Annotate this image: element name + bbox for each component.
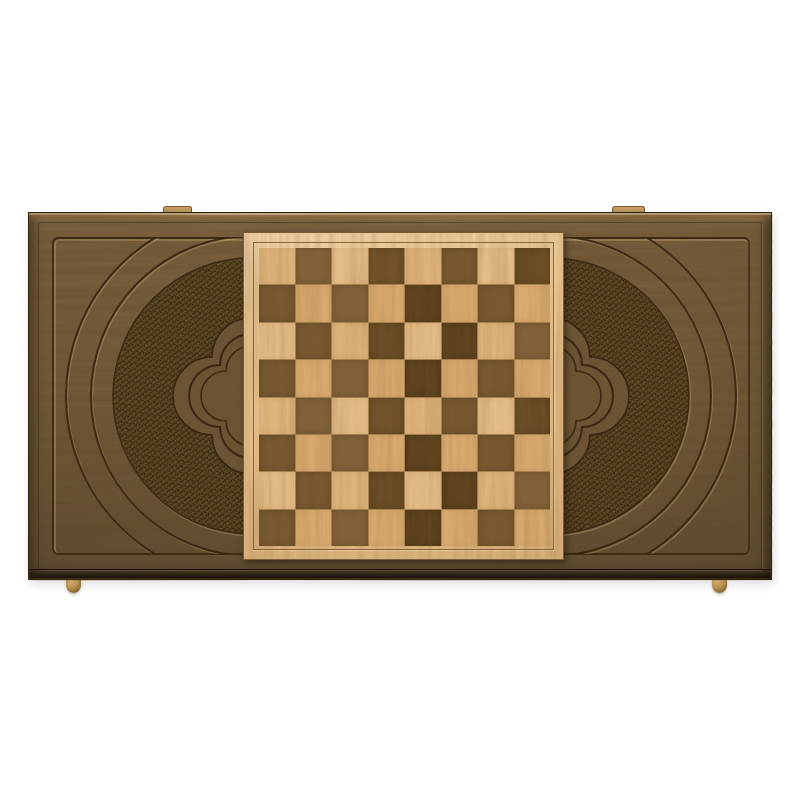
square-f2[interactable] <box>442 472 478 508</box>
square-h1[interactable] <box>515 510 551 546</box>
square-a5[interactable] <box>259 360 295 396</box>
square-g5[interactable] <box>478 360 514 396</box>
square-e3[interactable] <box>405 435 441 471</box>
square-b1[interactable] <box>296 510 332 546</box>
square-d6[interactable] <box>369 323 405 359</box>
square-b4[interactable] <box>296 398 332 434</box>
square-c6[interactable] <box>332 323 368 359</box>
square-d3[interactable] <box>369 435 405 471</box>
square-b8[interactable] <box>296 248 332 284</box>
square-h3[interactable] <box>515 435 551 471</box>
square-a7[interactable] <box>259 285 295 321</box>
square-f1[interactable] <box>442 510 478 546</box>
square-g7[interactable] <box>478 285 514 321</box>
square-a1[interactable] <box>259 510 295 546</box>
square-g6[interactable] <box>478 323 514 359</box>
square-e8[interactable] <box>405 248 441 284</box>
square-e6[interactable] <box>405 323 441 359</box>
square-h8[interactable] <box>515 248 551 284</box>
square-a3[interactable] <box>259 435 295 471</box>
square-d2[interactable] <box>369 472 405 508</box>
square-e5[interactable] <box>405 360 441 396</box>
square-g2[interactable] <box>478 472 514 508</box>
square-h5[interactable] <box>515 360 551 396</box>
square-f5[interactable] <box>442 360 478 396</box>
square-f8[interactable] <box>442 248 478 284</box>
square-e1[interactable] <box>405 510 441 546</box>
square-d7[interactable] <box>369 285 405 321</box>
square-b7[interactable] <box>296 285 332 321</box>
square-c2[interactable] <box>332 472 368 508</box>
square-g4[interactable] <box>478 398 514 434</box>
square-h6[interactable] <box>515 323 551 359</box>
square-c4[interactable] <box>332 398 368 434</box>
square-a6[interactable] <box>259 323 295 359</box>
square-f6[interactable] <box>442 323 478 359</box>
square-c5[interactable] <box>332 360 368 396</box>
square-a2[interactable] <box>259 472 295 508</box>
square-g8[interactable] <box>478 248 514 284</box>
square-g3[interactable] <box>478 435 514 471</box>
square-b6[interactable] <box>296 323 332 359</box>
square-f7[interactable] <box>442 285 478 321</box>
square-f3[interactable] <box>442 435 478 471</box>
square-c1[interactable] <box>332 510 368 546</box>
square-e4[interactable] <box>405 398 441 434</box>
square-c3[interactable] <box>332 435 368 471</box>
square-e7[interactable] <box>405 285 441 321</box>
square-d5[interactable] <box>369 360 405 396</box>
chessboard-grid <box>259 248 550 546</box>
square-b5[interactable] <box>296 360 332 396</box>
case-lid <box>28 212 772 580</box>
square-h4[interactable] <box>515 398 551 434</box>
square-h7[interactable] <box>515 285 551 321</box>
square-c7[interactable] <box>332 285 368 321</box>
product-photo-background <box>0 0 800 800</box>
square-b3[interactable] <box>296 435 332 471</box>
square-h2[interactable] <box>515 472 551 508</box>
square-c8[interactable] <box>332 248 368 284</box>
square-f4[interactable] <box>442 398 478 434</box>
square-e2[interactable] <box>405 472 441 508</box>
square-d8[interactable] <box>369 248 405 284</box>
square-a8[interactable] <box>259 248 295 284</box>
square-b2[interactable] <box>296 472 332 508</box>
chessboard-panel <box>243 232 564 560</box>
square-d4[interactable] <box>369 398 405 434</box>
square-d1[interactable] <box>369 510 405 546</box>
square-a4[interactable] <box>259 398 295 434</box>
square-g1[interactable] <box>478 510 514 546</box>
backgammon-chess-case <box>28 204 772 596</box>
